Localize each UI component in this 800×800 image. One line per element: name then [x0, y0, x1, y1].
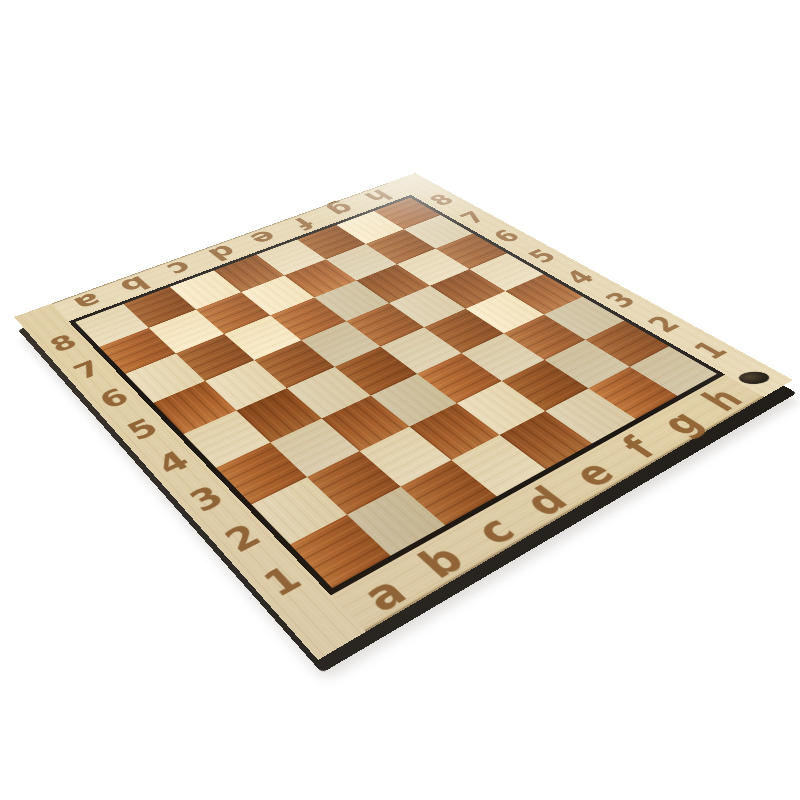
squares-grid: [75, 198, 717, 589]
product-photo-stage: 87654321 87654321 abcdefgh abcdefgh: [0, 0, 800, 800]
chess-board: 87654321 87654321 abcdefgh abcdefgh: [14, 173, 793, 660]
